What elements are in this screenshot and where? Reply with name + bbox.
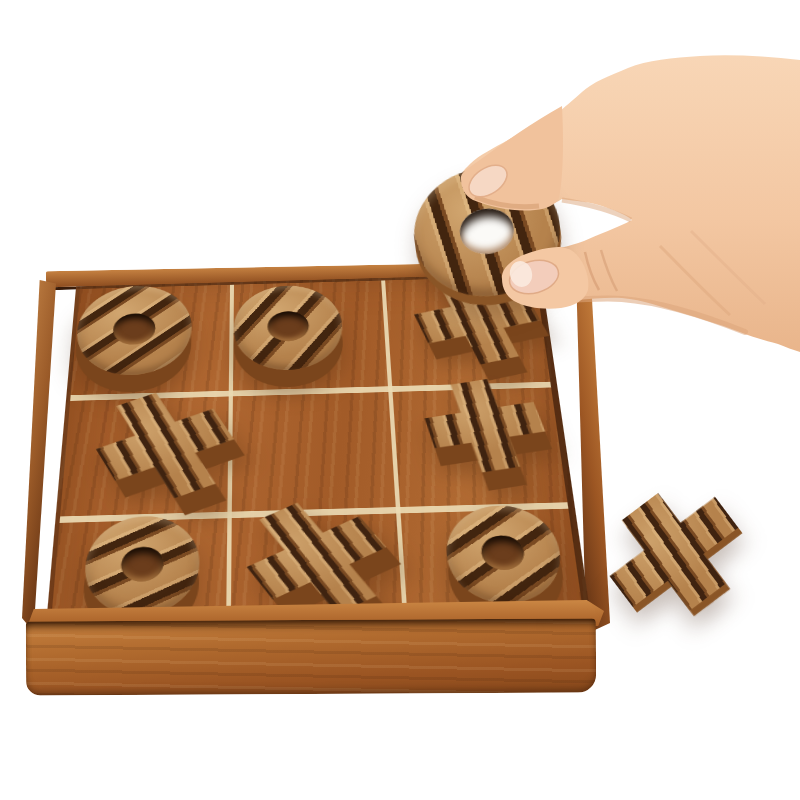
- board-cell-r1c2[interactable]: [230, 280, 390, 393]
- x-cross-face: [78, 379, 255, 512]
- piece-x[interactable]: [415, 373, 557, 477]
- piece-o[interactable]: [234, 284, 345, 371]
- o-ring-face: [81, 515, 200, 617]
- spare-x-piece[interactable]: [604, 492, 746, 616]
- o-ring-hole: [480, 535, 525, 570]
- piece-x[interactable]: [587, 467, 761, 637]
- board-cell-r2c3[interactable]: [391, 385, 568, 511]
- hand-fingers: [395, 50, 800, 370]
- o-ring-face: [234, 284, 345, 371]
- o-ring-face: [73, 285, 193, 377]
- o-ring-hole: [112, 313, 156, 345]
- piece-o[interactable]: [442, 504, 566, 605]
- piece-o[interactable]: [81, 515, 200, 617]
- piece-o[interactable]: [73, 285, 193, 377]
- o-ring-hole: [120, 546, 164, 582]
- piece-x[interactable]: [78, 379, 255, 512]
- box-base: [26, 619, 596, 696]
- board-cell-r2c1[interactable]: [60, 394, 231, 520]
- o-ring-face: [442, 504, 566, 605]
- board-cell-r1c1[interactable]: [70, 285, 231, 398]
- product-photo-scene: [0, 0, 800, 800]
- o-ring-hole: [268, 311, 309, 342]
- x-cross-face: [415, 373, 557, 477]
- x-cross-face: [587, 467, 761, 637]
